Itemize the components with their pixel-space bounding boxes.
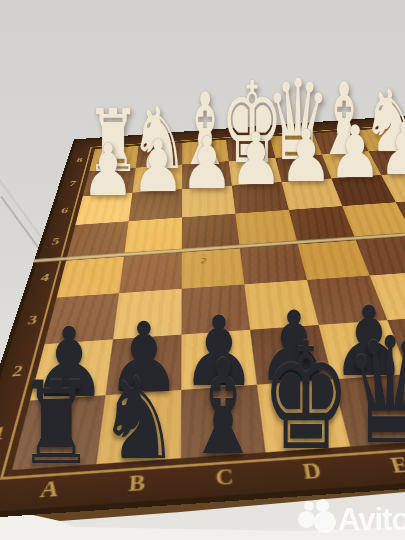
rank-label: 4: [31, 271, 58, 284]
white-pawn[interactable]: ♟: [378, 113, 405, 185]
rank-label: 7: [62, 179, 83, 188]
board-square[interactable]: [57, 254, 125, 297]
white-pawn[interactable]: ♟: [329, 117, 382, 189]
avito-logo-circle: [314, 511, 336, 533]
board-square[interactable]: [239, 242, 306, 284]
black-king[interactable]: ♚: [262, 323, 352, 471]
avito-logo-circle: [298, 511, 315, 528]
black-bishop[interactable]: ♝: [184, 343, 262, 474]
rank-label: 1: [0, 422, 18, 445]
rank-label: 6: [53, 206, 76, 216]
photo-stage: 2 ABCDEFGH87654321 ♜♞♝♚♛♝♞♜♟♟♟♟♟♟♟♟♟♟♟♟♟…: [0, 0, 405, 540]
board-square[interactable]: [119, 250, 182, 293]
black-rook[interactable]: ♜: [18, 368, 94, 482]
white-pawn[interactable]: ♟: [82, 134, 135, 206]
white-pawn[interactable]: ♟: [279, 120, 332, 192]
white-pawn[interactable]: ♟: [230, 124, 283, 196]
avito-wordmark: Avito: [338, 502, 405, 538]
avito-logo-circle: [316, 499, 329, 512]
board-square[interactable]: [182, 246, 245, 289]
black-knight[interactable]: ♞: [98, 363, 180, 476]
hinge-stamp: 2: [200, 257, 208, 265]
white-pawn[interactable]: ♟: [180, 127, 233, 199]
rank-label: 5: [43, 236, 68, 248]
avito-logo-circle: [304, 501, 314, 511]
black-queen[interactable]: ♛: [344, 319, 405, 466]
white-pawn[interactable]: ♟: [131, 131, 184, 203]
